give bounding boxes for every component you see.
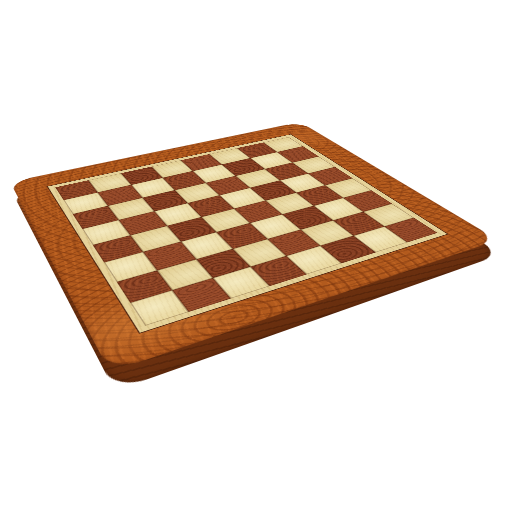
maple-inlay-border	[47, 134, 449, 334]
photo-background	[0, 0, 510, 510]
board-grid	[55, 137, 437, 326]
